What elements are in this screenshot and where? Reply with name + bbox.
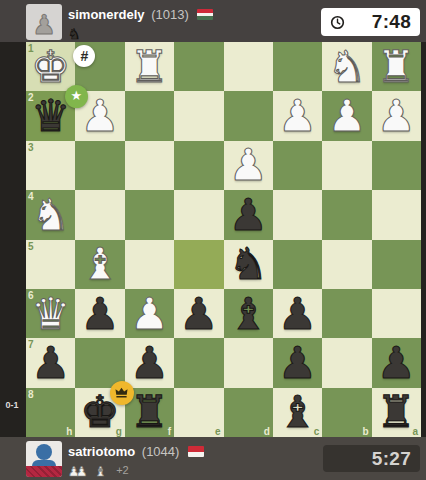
square-d5[interactable]: ♞ xyxy=(224,240,273,289)
rank-label-8: 8 xyxy=(28,389,34,400)
bottom-player-rating: (1044) xyxy=(142,444,180,459)
white-rook: ♜ xyxy=(377,45,416,89)
bottom-player-bar: satriotomo (1044) ♟♟ ♝ +2 5:27 xyxy=(0,437,426,480)
chess-board[interactable]: 1♚♜♞♜2♛♟♟♟♟3♟4♞♟5♝♞6♛♟♟♟♝♟7♟♟♟♟8hg♚f♜edc… xyxy=(26,42,421,437)
top-player-rating: (1013) xyxy=(151,7,189,22)
white-knight: ♞ xyxy=(327,45,366,89)
square-h7[interactable]: 7♟ xyxy=(26,338,75,387)
square-d8[interactable]: d xyxy=(224,388,273,437)
captured-black-knight-icon: ♞ xyxy=(68,26,81,42)
square-c8[interactable]: c♝ xyxy=(273,388,322,437)
square-b1[interactable]: ♞ xyxy=(322,42,371,91)
square-f3[interactable] xyxy=(125,141,174,190)
square-h6[interactable]: 6♛ xyxy=(26,289,75,338)
square-c1[interactable] xyxy=(273,42,322,91)
square-h5[interactable]: 5 xyxy=(26,240,75,289)
black-pawn: ♟ xyxy=(130,341,169,385)
square-g5[interactable]: ♝ xyxy=(75,240,124,289)
avatar-person-head xyxy=(36,444,52,460)
square-f1[interactable]: ♜ xyxy=(125,42,174,91)
material-advantage: +2 xyxy=(116,464,129,476)
file-label-e: e xyxy=(215,426,221,437)
square-a3[interactable] xyxy=(372,141,421,190)
square-a8[interactable]: a♜ xyxy=(372,388,421,437)
white-rook: ♜ xyxy=(130,45,169,89)
square-d6[interactable]: ♝ xyxy=(224,289,273,338)
square-e4[interactable] xyxy=(174,190,223,239)
square-a4[interactable] xyxy=(372,190,421,239)
pawn-avatar-icon: ♟ xyxy=(26,9,62,40)
white-knight: ♞ xyxy=(31,193,70,237)
black-pawn: ♟ xyxy=(278,341,317,385)
square-h4[interactable]: 4♞ xyxy=(26,190,75,239)
square-b2[interactable]: ♟ xyxy=(322,91,371,140)
square-b5[interactable] xyxy=(322,240,371,289)
square-d1[interactable] xyxy=(224,42,273,91)
square-h8[interactable]: 8h xyxy=(26,388,75,437)
white-pawn: ♟ xyxy=(327,94,366,138)
best-move-badge: ★ xyxy=(65,85,88,108)
clock-icon xyxy=(330,15,345,30)
square-c5[interactable] xyxy=(273,240,322,289)
square-h1[interactable]: 1♚ xyxy=(26,42,75,91)
black-bishop: ♝ xyxy=(278,390,317,434)
square-e2[interactable] xyxy=(174,91,223,140)
square-a1[interactable]: ♜ xyxy=(372,42,421,91)
file-label-d: d xyxy=(264,426,270,437)
bottom-player-clock: 5:27 xyxy=(323,445,420,472)
top-player-name-row: simonerdely (1013) xyxy=(68,7,213,22)
white-bishop: ♝ xyxy=(80,242,119,286)
square-c6[interactable]: ♟ xyxy=(273,289,322,338)
top-player-bar: ♟ simonerdely (1013) ♞ 7:48 xyxy=(0,0,426,42)
square-f5[interactable] xyxy=(125,240,174,289)
top-player-name[interactable]: simonerdely xyxy=(68,7,145,22)
black-pawn: ♟ xyxy=(278,292,317,336)
square-a6[interactable] xyxy=(372,289,421,338)
square-b7[interactable] xyxy=(322,338,371,387)
square-f6[interactable]: ♟ xyxy=(125,289,174,338)
square-g7[interactable] xyxy=(75,338,124,387)
white-queen: ♛ xyxy=(31,292,70,336)
square-c2[interactable]: ♟ xyxy=(273,91,322,140)
indonesia-flag-icon xyxy=(188,446,204,457)
square-e3[interactable] xyxy=(174,141,223,190)
black-pawn: ♟ xyxy=(31,341,70,385)
bottom-player-name[interactable]: satriotomo xyxy=(68,444,135,459)
square-a7[interactable]: ♟ xyxy=(372,338,421,387)
square-d3[interactable]: ♟ xyxy=(224,141,273,190)
top-player-clock: 7:48 xyxy=(321,8,420,36)
black-pawn: ♟ xyxy=(179,292,218,336)
square-f2[interactable] xyxy=(125,91,174,140)
top-clock-time: 7:48 xyxy=(372,11,411,33)
square-e8[interactable]: e xyxy=(174,388,223,437)
rank-label-3: 3 xyxy=(28,142,34,153)
black-queen: ♛ xyxy=(31,94,70,138)
top-player-avatar[interactable]: ♟ xyxy=(26,4,62,40)
square-b6[interactable] xyxy=(322,289,371,338)
square-g6[interactable]: ♟ xyxy=(75,289,124,338)
square-f4[interactable] xyxy=(125,190,174,239)
captured-white-bishop-icon: ♝ xyxy=(94,464,106,479)
white-pawn: ♟ xyxy=(130,292,169,336)
white-king: ♚ xyxy=(31,45,70,89)
square-b3[interactable] xyxy=(322,141,371,190)
rank-label-5: 5 xyxy=(28,241,34,252)
square-c4[interactable] xyxy=(273,190,322,239)
square-e5[interactable] xyxy=(174,240,223,289)
winner-crown-badge xyxy=(110,381,134,405)
square-d2[interactable] xyxy=(224,91,273,140)
black-pawn: ♟ xyxy=(80,292,119,336)
white-pawn: ♟ xyxy=(377,94,416,138)
square-h3[interactable]: 3 xyxy=(26,141,75,190)
square-c7[interactable]: ♟ xyxy=(273,338,322,387)
black-rook: ♜ xyxy=(377,390,416,434)
black-rook: ♜ xyxy=(130,390,169,434)
square-c3[interactable] xyxy=(273,141,322,190)
black-pawn: ♟ xyxy=(228,193,267,237)
square-g4[interactable] xyxy=(75,190,124,239)
hungary-flag-icon xyxy=(197,9,213,20)
bottom-captured-pieces: ♟♟ ♝ +2 xyxy=(68,461,129,477)
black-bishop: ♝ xyxy=(228,292,267,336)
square-a5[interactable] xyxy=(372,240,421,289)
white-pawn: ♟ xyxy=(228,143,267,187)
file-label-b: b xyxy=(363,426,369,437)
bottom-player-name-row: satriotomo (1044) xyxy=(68,444,204,459)
square-g3[interactable] xyxy=(75,141,124,190)
avatar-person-shirt xyxy=(26,466,62,477)
file-label-h: h xyxy=(66,426,72,437)
black-pawn: ♟ xyxy=(377,341,416,385)
square-d7[interactable] xyxy=(224,338,273,387)
square-e7[interactable] xyxy=(174,338,223,387)
white-pawn: ♟ xyxy=(278,94,317,138)
bottom-player-avatar[interactable] xyxy=(26,441,62,477)
square-f7[interactable]: ♟ xyxy=(125,338,174,387)
square-b4[interactable] xyxy=(322,190,371,239)
top-captured-pieces: ♞ xyxy=(68,24,81,40)
square-a2[interactable]: ♟ xyxy=(372,91,421,140)
bottom-clock-time: 5:27 xyxy=(372,448,411,470)
square-d4[interactable]: ♟ xyxy=(224,190,273,239)
square-e6[interactable]: ♟ xyxy=(174,289,223,338)
captured-white-pawns-icon: ♟♟ xyxy=(68,464,87,479)
game-result: 0-1 xyxy=(0,400,24,410)
square-b8[interactable]: b xyxy=(322,388,371,437)
square-e1[interactable] xyxy=(174,42,223,91)
black-knight: ♞ xyxy=(228,242,267,286)
chess-app: ♟ simonerdely (1013) ♞ 7:48 1♚♜♞♜2♛♟♟♟♟3… xyxy=(0,0,426,480)
